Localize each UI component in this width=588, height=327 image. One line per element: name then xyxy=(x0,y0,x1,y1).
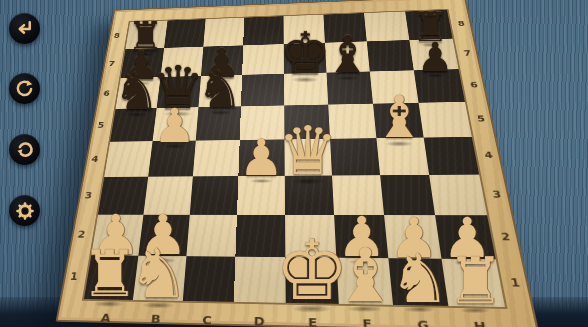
piece-white-queen-e4[interactable]: ♛ xyxy=(278,118,338,185)
square-d7[interactable] xyxy=(242,44,284,75)
pawn-glyph: ♟ xyxy=(154,101,196,148)
square-b8[interactable] xyxy=(164,19,205,48)
square-h5[interactable] xyxy=(419,102,472,138)
knight-glyph: ♞ xyxy=(128,240,189,308)
pawn-glyph: ♟ xyxy=(417,37,453,77)
settings-button[interactable] xyxy=(9,195,40,226)
piece-white-bishop-g5[interactable]: ♝ xyxy=(373,88,425,146)
queen-glyph: ♛ xyxy=(278,118,338,185)
back-arrow-icon xyxy=(15,19,34,38)
piece-white-pawn-b5[interactable]: ♟ xyxy=(154,101,196,148)
app-screen: ABCDEFGH8877665544332211 ♜♜♟♝♚♟♟♞♛♞♝♟♛♟♟… xyxy=(0,0,588,327)
bishop-glyph: ♝ xyxy=(373,88,425,146)
piece-white-knight-b1[interactable]: ♞ xyxy=(128,240,189,308)
gear-icon xyxy=(15,201,35,221)
bishop-glyph: ♝ xyxy=(325,29,371,80)
square-c3[interactable] xyxy=(190,176,239,215)
redo-circular-arrow-icon xyxy=(15,79,34,98)
back-button[interactable] xyxy=(9,13,40,44)
rank-label-right-8: 8 xyxy=(457,20,466,28)
redo-button[interactable] xyxy=(9,73,40,104)
square-h4[interactable] xyxy=(424,137,479,175)
square-d6[interactable] xyxy=(241,74,284,107)
undo-button[interactable] xyxy=(9,134,40,165)
king-glyph: ♚ xyxy=(279,25,330,82)
rank-label-right-7: 7 xyxy=(463,49,472,57)
square-c1[interactable] xyxy=(183,256,236,302)
undo-curved-arrow-icon xyxy=(15,140,34,159)
file-label-c: C xyxy=(202,313,212,327)
square-c2[interactable] xyxy=(186,215,237,257)
piece-black-king-e7[interactable]: ♚ xyxy=(279,25,330,82)
square-a4[interactable] xyxy=(104,141,152,177)
rank-label-right-6: 6 xyxy=(469,80,478,89)
knight-glyph: ♞ xyxy=(389,245,450,313)
piece-white-pawn-d4[interactable]: ♟ xyxy=(239,133,284,183)
square-g7[interactable] xyxy=(367,40,414,71)
square-c4[interactable] xyxy=(193,140,240,176)
piece-white-knight-g1[interactable]: ♞ xyxy=(389,245,450,313)
file-label-b: B xyxy=(150,312,161,326)
file-label-a: A xyxy=(100,310,112,324)
file-label-g: G xyxy=(416,317,429,327)
square-d8[interactable] xyxy=(243,16,284,45)
rook-glyph: ♜ xyxy=(447,249,504,313)
piece-black-bishop-f7[interactable]: ♝ xyxy=(325,29,371,80)
square-g8[interactable] xyxy=(364,12,409,42)
pawn-glyph: ♟ xyxy=(239,133,284,183)
piece-black-pawn-h7[interactable]: ♟ xyxy=(417,37,453,77)
sidebar xyxy=(0,0,52,327)
file-label-d: D xyxy=(254,314,265,327)
piece-white-rook-h1[interactable]: ♜ xyxy=(447,249,504,313)
rank-label-left-8: 8 xyxy=(113,32,120,40)
